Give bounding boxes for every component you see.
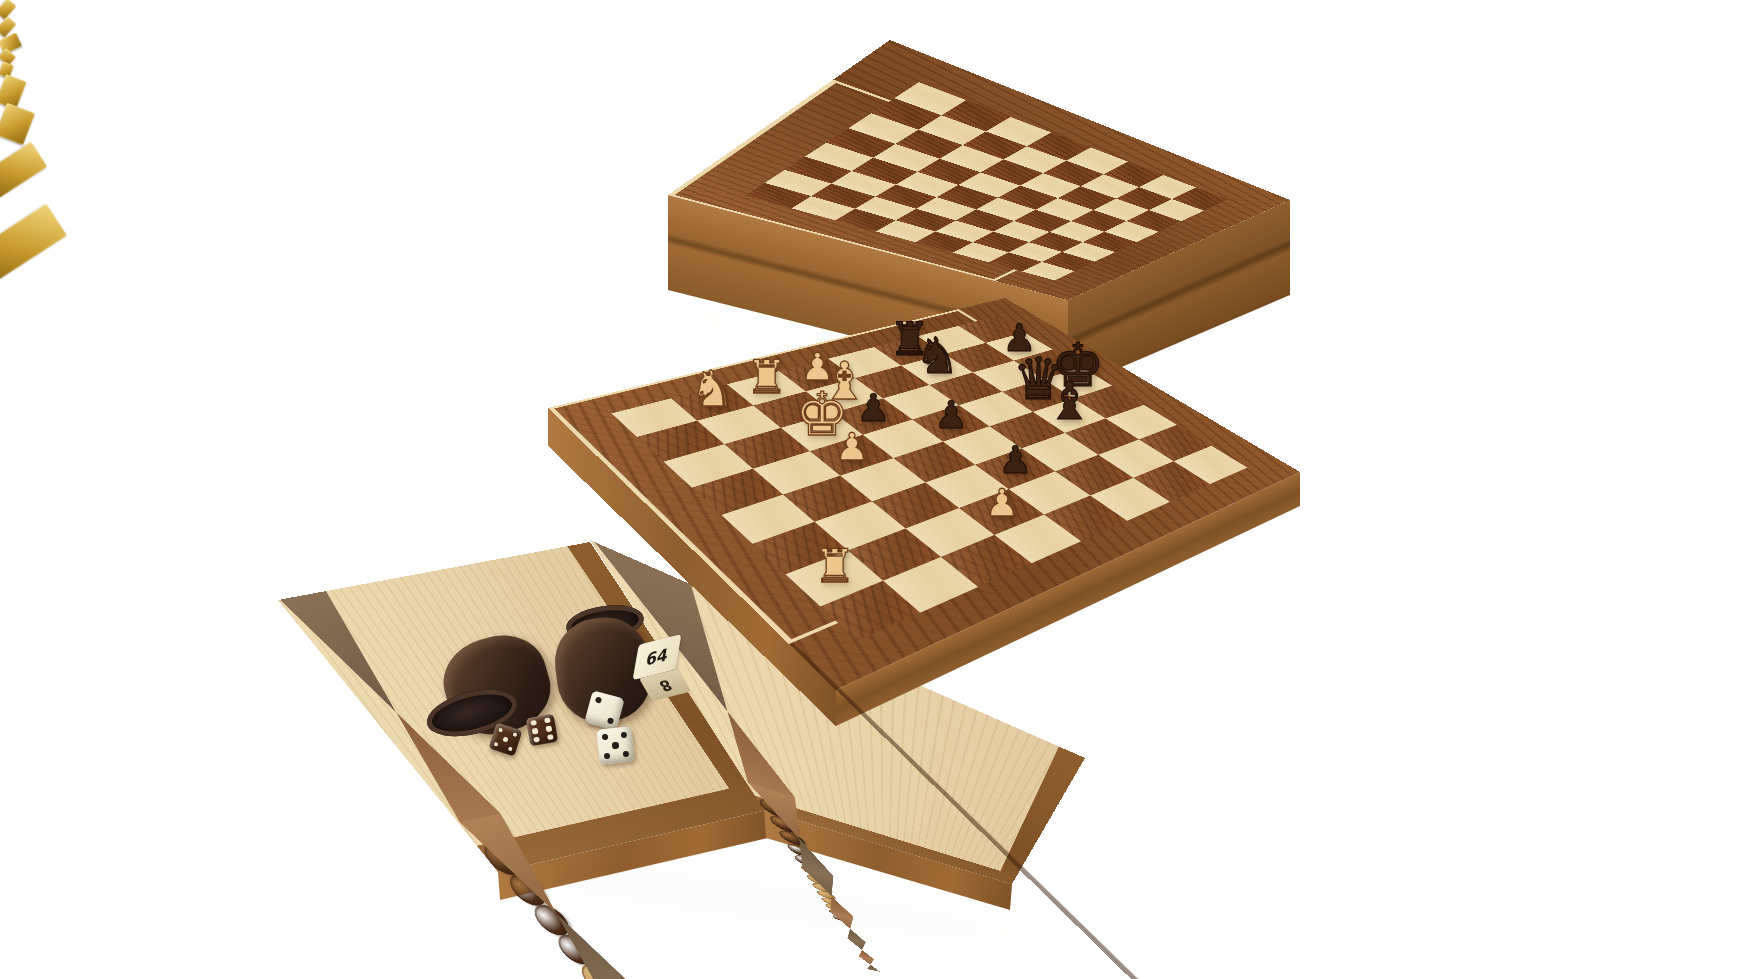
die-pip — [623, 751, 630, 758]
point-near — [863, 963, 881, 972]
die-pip — [595, 697, 602, 704]
brass-fitting — [0, 142, 47, 199]
point-far — [278, 591, 419, 717]
white-die-5 — [596, 726, 634, 764]
brass-fitting — [0, 103, 35, 145]
black-bishop: ♝ — [1046, 375, 1093, 427]
die-pip — [534, 737, 540, 743]
black-pawn: ♟ — [934, 396, 968, 434]
black-knight: ♞ — [915, 331, 960, 381]
die-pip — [512, 732, 518, 738]
black-pawn: ♟ — [856, 389, 890, 427]
die-pip — [621, 731, 628, 738]
white-knight: ♞ — [690, 364, 735, 414]
black-pawn: ♟ — [998, 441, 1032, 479]
die-pip — [502, 736, 508, 742]
die-pip — [498, 727, 504, 733]
die-pip — [601, 733, 608, 740]
product-photo-scene: 64 8 ♞♜♟♝♚♟♜♟♜♞♟♟♟♛♚♝♟ — [0, 0, 1740, 979]
die-pip — [607, 717, 614, 724]
die-pip — [532, 728, 538, 734]
die-pip — [612, 742, 619, 749]
white-rook: ♜ — [746, 354, 787, 400]
white-pawn: ♟ — [985, 484, 1019, 522]
die-pip — [547, 734, 553, 740]
die-pip — [507, 746, 513, 752]
die-pip — [531, 720, 537, 726]
white-rook: ♜ — [814, 543, 855, 589]
die-pip — [545, 718, 551, 724]
die-pip — [546, 726, 552, 732]
die-pip — [603, 753, 610, 760]
die-pip — [493, 741, 499, 747]
brown-die-6 — [526, 714, 558, 746]
brass-fitting — [0, 204, 67, 285]
white-pawn: ♟ — [835, 428, 869, 466]
